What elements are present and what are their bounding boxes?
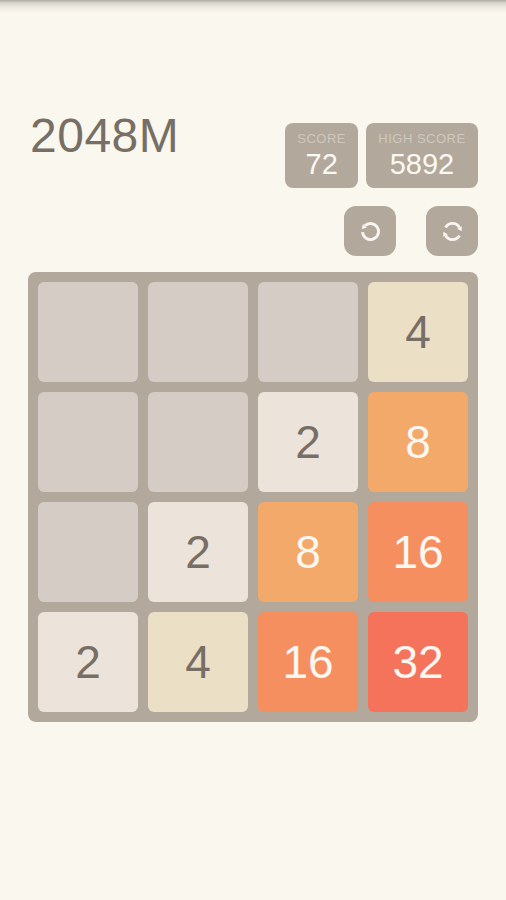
tile-2: 2 (38, 612, 138, 712)
tile-4: 4 (148, 612, 248, 712)
restart-button[interactable] (426, 206, 478, 256)
status-bar-shadow (0, 0, 506, 13)
game-board[interactable]: 4282816241632 (28, 272, 478, 722)
app-screen: 2048M SCORE 72 HIGH SCORE 5892 (0, 0, 506, 900)
high-score-box: HIGH SCORE 5892 (366, 123, 478, 188)
tile-4: 4 (368, 282, 468, 382)
tile-16: 16 (368, 502, 468, 602)
score-label: SCORE (297, 132, 346, 146)
scoreboard: SCORE 72 HIGH SCORE 5892 (285, 123, 478, 188)
high-score-label: HIGH SCORE (378, 132, 465, 146)
high-score-value: 5892 (390, 148, 455, 180)
undo-button[interactable] (344, 206, 396, 256)
tile-8: 8 (368, 392, 468, 492)
refresh-arrows-icon (437, 216, 468, 247)
empty-cell (38, 392, 138, 492)
tile-8: 8 (258, 502, 358, 602)
empty-cell (38, 282, 138, 382)
score-box: SCORE 72 (285, 123, 358, 188)
empty-cell (258, 282, 358, 382)
app-title: 2048M (30, 112, 179, 160)
tile-16: 16 (258, 612, 358, 712)
empty-cell (38, 502, 138, 602)
tile-2: 2 (148, 502, 248, 602)
tile-32: 32 (368, 612, 468, 712)
empty-cell (148, 392, 248, 492)
empty-cell (148, 282, 248, 382)
score-value: 72 (306, 148, 338, 180)
controls-bar (344, 206, 478, 256)
tile-2: 2 (258, 392, 358, 492)
undo-arrow-icon (355, 216, 386, 247)
